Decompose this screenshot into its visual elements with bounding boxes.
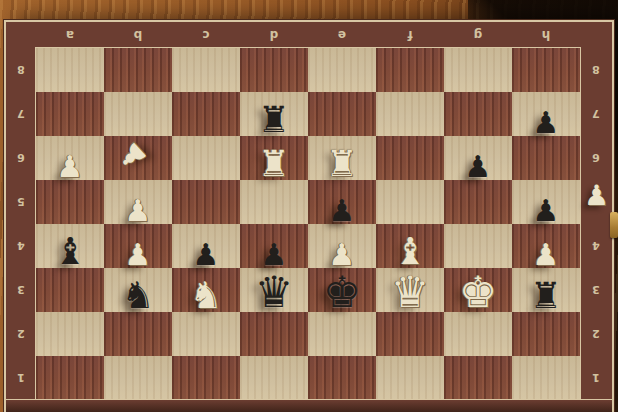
square-e4[interactable]: ♟ <box>308 224 376 268</box>
white-rook-e6[interactable]: ♜ <box>308 146 376 182</box>
square-e7[interactable] <box>308 92 376 136</box>
black-queen-d3[interactable]: ♛ <box>240 271 308 314</box>
square-c7[interactable] <box>172 92 240 136</box>
board-hinge <box>610 212 618 238</box>
square-g1[interactable] <box>444 356 512 400</box>
white-pawn-b5[interactable]: ♟ <box>104 196 172 226</box>
square-a4[interactable]: ♝ <box>36 224 104 268</box>
board-grid: ♜♟♟♟♜♜♟♟♟♟♝♟♟♟♟♝♟♞♞♛♚♛♚♜ <box>36 48 580 400</box>
square-d2[interactable] <box>240 312 308 356</box>
square-g3[interactable]: ♚ <box>444 268 512 312</box>
square-a2[interactable] <box>36 312 104 356</box>
square-h2[interactable] <box>512 312 580 356</box>
square-c5[interactable] <box>172 180 240 224</box>
square-b8[interactable] <box>104 48 172 92</box>
black-rook-h3[interactable]: ♜ <box>512 278 580 314</box>
file-label-h: h <box>512 22 580 48</box>
rank-label-7: 7 <box>580 92 612 136</box>
black-pawn-g6[interactable]: ♟ <box>444 152 512 182</box>
square-h5[interactable]: ♟ <box>512 180 580 224</box>
white-pawn-h4[interactable]: ♟ <box>512 240 580 270</box>
square-h4[interactable]: ♟ <box>512 224 580 268</box>
file-label-g: g <box>444 22 512 48</box>
square-f7[interactable] <box>376 92 444 136</box>
white-pawn-e4[interactable]: ♟ <box>308 240 376 270</box>
square-c2[interactable] <box>172 312 240 356</box>
square-h7[interactable]: ♟ <box>512 92 580 136</box>
square-d3[interactable]: ♛ <box>240 268 308 312</box>
square-g6[interactable]: ♟ <box>444 136 512 180</box>
square-f8[interactable] <box>376 48 444 92</box>
square-f2[interactable] <box>376 312 444 356</box>
square-e5[interactable]: ♟ <box>308 180 376 224</box>
square-b3[interactable]: ♞ <box>104 268 172 312</box>
file-label-f: f <box>376 22 444 48</box>
square-f3[interactable]: ♛ <box>376 268 444 312</box>
square-e1[interactable] <box>308 356 376 400</box>
square-b6[interactable]: ♟ <box>104 136 172 180</box>
file-label-d: d <box>240 22 308 48</box>
rank-label-1: 1 <box>6 356 36 400</box>
white-bishop-f4[interactable]: ♝ <box>376 233 444 270</box>
rank-label-8: 8 <box>580 48 612 92</box>
white-pawn-a6[interactable]: ♟ <box>36 152 104 182</box>
captured-white-pawn-on-border[interactable]: ♟ <box>584 182 609 210</box>
file-label-b: b <box>104 22 172 48</box>
black-bishop-a4[interactable]: ♝ <box>36 233 104 270</box>
white-knight-c3[interactable]: ♞ <box>172 277 240 314</box>
square-a1[interactable] <box>36 356 104 400</box>
square-c4[interactable]: ♟ <box>172 224 240 268</box>
square-g5[interactable] <box>444 180 512 224</box>
square-c8[interactable] <box>172 48 240 92</box>
board-inner-frame: ♜♟♟♟♜♜♟♟♟♟♝♟♟♟♟♝♟♞♞♛♚♛♚♜ <box>36 48 580 400</box>
black-pawn-d4[interactable]: ♟ <box>240 240 308 270</box>
square-d5[interactable] <box>240 180 308 224</box>
white-king-g3[interactable]: ♚ <box>444 271 512 314</box>
black-rook-d7[interactable]: ♜ <box>240 102 308 138</box>
square-f6[interactable] <box>376 136 444 180</box>
rank-label-2: 2 <box>6 312 36 356</box>
rank-label-1: 1 <box>580 356 612 400</box>
square-c6[interactable] <box>172 136 240 180</box>
black-pawn-c4[interactable]: ♟ <box>172 240 240 270</box>
white-rook-d6[interactable]: ♜ <box>240 146 308 182</box>
square-d4[interactable]: ♟ <box>240 224 308 268</box>
square-c1[interactable] <box>172 356 240 400</box>
square-f1[interactable] <box>376 356 444 400</box>
square-a6[interactable]: ♟ <box>36 136 104 180</box>
square-b2[interactable] <box>104 312 172 356</box>
square-d7[interactable]: ♜ <box>240 92 308 136</box>
rank-label-4: 4 <box>6 224 36 268</box>
black-pawn-h5[interactable]: ♟ <box>512 196 580 226</box>
square-f5[interactable] <box>376 180 444 224</box>
square-g7[interactable] <box>444 92 512 136</box>
square-e8[interactable] <box>308 48 376 92</box>
black-knight-b3[interactable]: ♞ <box>104 277 172 314</box>
square-a8[interactable] <box>36 48 104 92</box>
square-g8[interactable] <box>444 48 512 92</box>
rank-label-4: 4 <box>580 224 612 268</box>
rank-label-3: 3 <box>6 268 36 312</box>
square-d1[interactable] <box>240 356 308 400</box>
rank-labels-right: 87654321 <box>580 48 612 400</box>
square-b4[interactable]: ♟ <box>104 224 172 268</box>
square-e3[interactable]: ♚ <box>308 268 376 312</box>
file-labels-top: abcdefgh <box>36 22 580 48</box>
square-h3[interactable]: ♜ <box>512 268 580 312</box>
rank-labels-left: 87654321 <box>6 48 36 400</box>
square-h1[interactable] <box>512 356 580 400</box>
rank-label-8: 8 <box>6 48 36 92</box>
rank-label-2: 2 <box>580 312 612 356</box>
rank-label-3: 3 <box>580 268 612 312</box>
square-b5[interactable]: ♟ <box>104 180 172 224</box>
square-g2[interactable] <box>444 312 512 356</box>
file-label-c: c <box>172 22 240 48</box>
black-pawn-e5[interactable]: ♟ <box>308 196 376 226</box>
rank-label-6: 6 <box>580 136 612 180</box>
black-king-e3[interactable]: ♚ <box>308 271 376 314</box>
square-f4[interactable]: ♝ <box>376 224 444 268</box>
square-b1[interactable] <box>104 356 172 400</box>
file-label-e: e <box>308 22 376 48</box>
square-a5[interactable] <box>36 180 104 224</box>
square-a7[interactable] <box>36 92 104 136</box>
square-h8[interactable] <box>512 48 580 92</box>
square-c3[interactable]: ♞ <box>172 268 240 312</box>
chess-board: abcdefgh 87654321 87654321 ♜♟♟♟♜♜♟♟♟♟♝♟♟… <box>6 22 612 412</box>
rank-label-5: 5 <box>6 180 36 224</box>
white-queen-f3[interactable]: ♛ <box>376 271 444 314</box>
white-pawn-b4[interactable]: ♟ <box>104 240 172 270</box>
file-label-a: a <box>36 22 104 48</box>
square-h6[interactable] <box>512 136 580 180</box>
square-a3[interactable] <box>36 268 104 312</box>
square-e2[interactable] <box>308 312 376 356</box>
square-d6[interactable]: ♜ <box>240 136 308 180</box>
rank-label-6: 6 <box>6 136 36 180</box>
board-bottom-border <box>6 400 612 412</box>
black-pawn-h7[interactable]: ♟ <box>512 108 580 138</box>
square-d8[interactable] <box>240 48 308 92</box>
rank-label-7: 7 <box>6 92 36 136</box>
square-g4[interactable] <box>444 224 512 268</box>
square-e6[interactable]: ♜ <box>308 136 376 180</box>
